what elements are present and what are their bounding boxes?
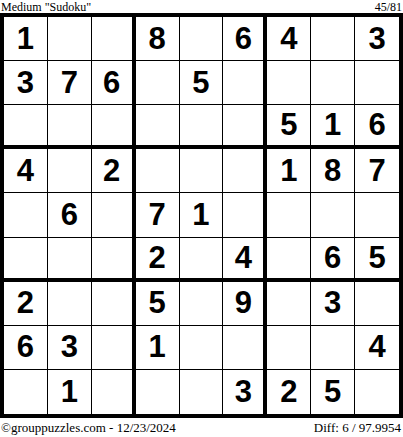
sudoku-cell-r7c7 [267, 282, 311, 326]
sudoku-cell-r6c2 [48, 238, 92, 282]
sudoku-cell-r7c9 [355, 282, 399, 326]
sudoku-cell-r4c7: 1 [267, 149, 311, 193]
sudoku-cell-r6c3 [92, 238, 136, 282]
sudoku-cell-r8c7 [267, 326, 311, 370]
sudoku-cell-r7c6: 9 [223, 282, 267, 326]
sudoku-cell-r6c1 [4, 238, 48, 282]
sudoku-cell-r8c8 [311, 326, 355, 370]
sudoku-cell-r2c4 [136, 61, 180, 105]
sudoku-cell-r8c9: 4 [355, 326, 399, 370]
sudoku-cell-r1c6: 6 [223, 17, 267, 61]
sudoku-cell-r2c3: 6 [92, 61, 136, 105]
sudoku-cell-r8c5 [180, 326, 224, 370]
sudoku-cell-r6c7 [267, 238, 311, 282]
sudoku-cell-r4c6 [223, 149, 267, 193]
sudoku-cell-r9c8: 5 [311, 370, 355, 414]
sudoku-cell-r1c7: 4 [267, 17, 311, 61]
sudoku-cell-r5c8 [311, 193, 355, 237]
sudoku-cell-r5c2: 6 [48, 193, 92, 237]
sudoku-cell-r9c1 [4, 370, 48, 414]
sudoku-cell-r3c6 [223, 105, 267, 149]
sudoku-cell-r9c9 [355, 370, 399, 414]
sudoku-cell-r2c2: 7 [48, 61, 92, 105]
sudoku-cell-r7c3 [92, 282, 136, 326]
sudoku-cell-r7c1: 2 [4, 282, 48, 326]
sudoku-cell-r2c9 [355, 61, 399, 105]
page-title: Medium "Sudoku" [0, 1, 91, 13]
sudoku-cell-r9c4 [136, 370, 180, 414]
sudoku-cell-r9c6: 3 [223, 370, 267, 414]
copyright-text: ©grouppuzzles.com - 12/23/2024 [0, 420, 176, 435]
sudoku-cell-r6c8: 6 [311, 238, 355, 282]
header: Medium "Sudoku" 45/81 [0, 0, 403, 13]
sudoku-cell-r8c6 [223, 326, 267, 370]
sudoku-cell-r2c1: 3 [4, 61, 48, 105]
sudoku-cell-r8c2: 3 [48, 326, 92, 370]
footer: ©grouppuzzles.com - 12/23/2024 Diff: 6 /… [0, 418, 403, 437]
sudoku-cell-r6c5 [180, 238, 224, 282]
sudoku-cell-r5c4: 7 [136, 193, 180, 237]
sudoku-grid: 186433765516421876712465259363141325 [0, 13, 403, 418]
sudoku-cell-r3c1 [4, 105, 48, 149]
sudoku-cell-r1c8 [311, 17, 355, 61]
sudoku-cell-r4c9: 7 [355, 149, 399, 193]
sudoku-cell-r7c8: 3 [311, 282, 355, 326]
sudoku-cell-r7c4: 5 [136, 282, 180, 326]
sudoku-cell-r3c9: 6 [355, 105, 399, 149]
sudoku-cell-r3c8: 1 [311, 105, 355, 149]
sudoku-cell-r6c4: 2 [136, 238, 180, 282]
sudoku-cell-r9c2: 1 [48, 370, 92, 414]
sudoku-cell-r8c1: 6 [4, 326, 48, 370]
sudoku-cell-r4c8: 8 [311, 149, 355, 193]
sudoku-cell-r2c6 [223, 61, 267, 105]
sudoku-cell-r3c7: 5 [267, 105, 311, 149]
sudoku-cell-r5c5: 1 [180, 193, 224, 237]
sudoku-cell-r8c3 [92, 326, 136, 370]
sudoku-cell-r4c5 [180, 149, 224, 193]
sudoku-cell-r2c8 [311, 61, 355, 105]
sudoku-cell-r5c7 [267, 193, 311, 237]
blank-cell-counter: 45/81 [375, 1, 403, 13]
sudoku-cell-r2c5: 5 [180, 61, 224, 105]
sudoku-cell-r3c5 [180, 105, 224, 149]
sudoku-cell-r9c3 [92, 370, 136, 414]
sudoku-cell-r3c4 [136, 105, 180, 149]
sudoku-cell-r1c2 [48, 17, 92, 61]
sudoku-cell-r5c3 [92, 193, 136, 237]
sudoku-cell-r1c9: 3 [355, 17, 399, 61]
sudoku-cell-r8c4: 1 [136, 326, 180, 370]
sudoku-cell-r2c7 [267, 61, 311, 105]
difficulty-text: Diff: 6 / 97.9954 [314, 420, 403, 435]
sudoku-cell-r6c9: 5 [355, 238, 399, 282]
sudoku-cell-r4c4 [136, 149, 180, 193]
sudoku-cell-r1c4: 8 [136, 17, 180, 61]
sudoku-cell-r1c3 [92, 17, 136, 61]
sudoku-cell-r5c1 [4, 193, 48, 237]
sudoku-cell-r9c7: 2 [267, 370, 311, 414]
sudoku-cell-r7c5 [180, 282, 224, 326]
sudoku-cell-r5c6 [223, 193, 267, 237]
sudoku-cell-r4c3: 2 [92, 149, 136, 193]
sudoku-cell-r3c2 [48, 105, 92, 149]
sudoku-cell-r4c1: 4 [4, 149, 48, 193]
sudoku-cell-r1c5 [180, 17, 224, 61]
sudoku-cell-r4c2 [48, 149, 92, 193]
sudoku-cell-r7c2 [48, 282, 92, 326]
sudoku-cell-r5c9 [355, 193, 399, 237]
sudoku-cell-r3c3 [92, 105, 136, 149]
sudoku-cell-r1c1: 1 [4, 17, 48, 61]
sudoku-cell-r6c6: 4 [223, 238, 267, 282]
sudoku-cell-r9c5 [180, 370, 224, 414]
sudoku-page: Medium "Sudoku" 45/81 186433765516421876… [0, 0, 403, 437]
